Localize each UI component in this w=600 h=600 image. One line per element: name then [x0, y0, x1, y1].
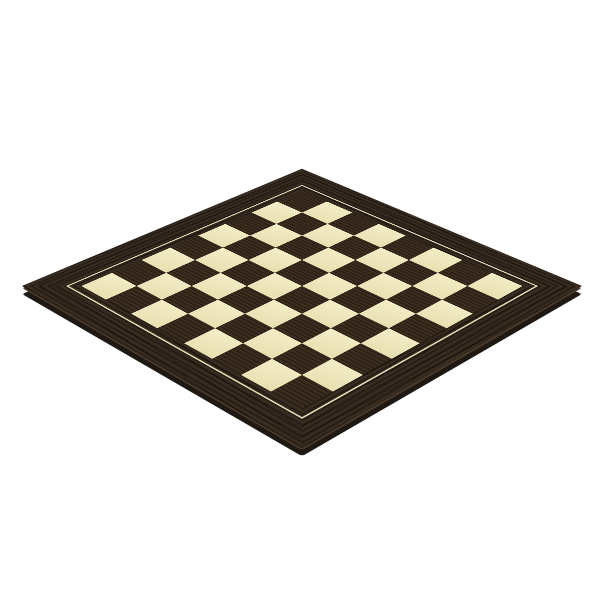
chess-board [22, 169, 582, 449]
product-photo-scene [0, 0, 600, 600]
playing-field [81, 191, 522, 409]
